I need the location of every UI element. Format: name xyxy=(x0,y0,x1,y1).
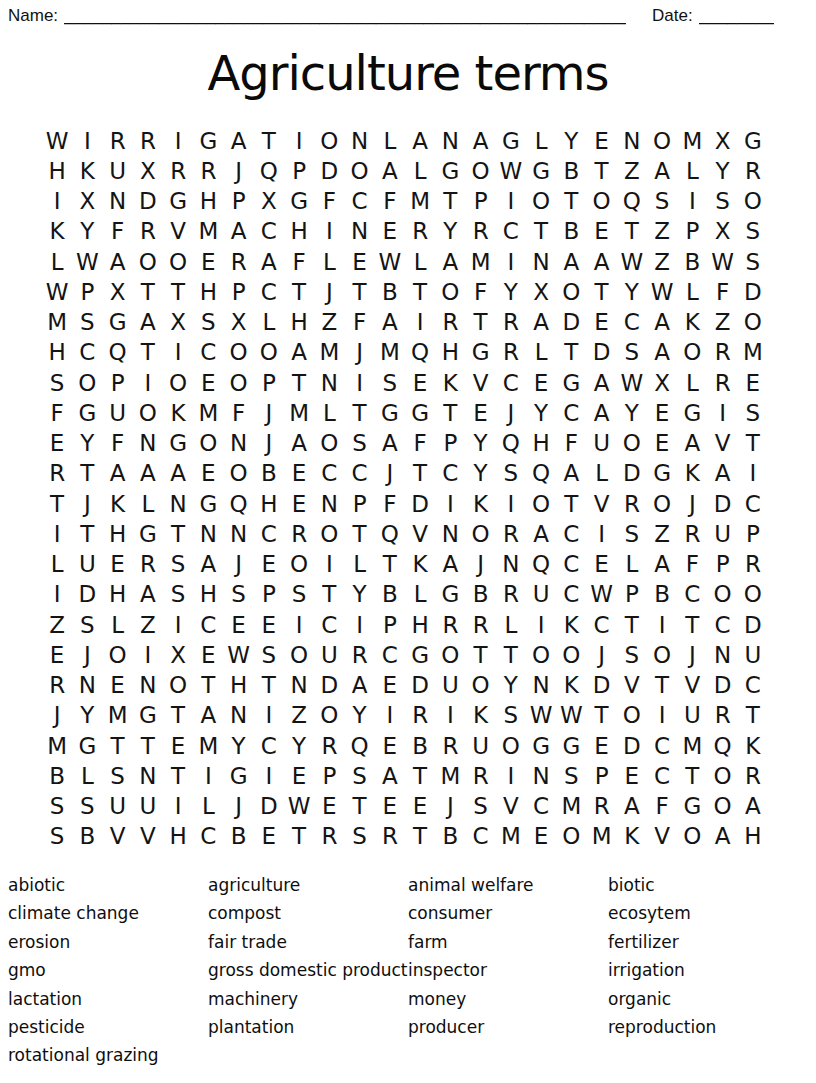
grid-cell: E xyxy=(103,671,133,701)
grid-cell: N xyxy=(224,429,254,459)
grid-cell: T xyxy=(133,338,163,368)
grid-cell: T xyxy=(405,277,435,307)
grid-cell: W xyxy=(224,640,254,670)
grid-cell: O xyxy=(738,187,768,217)
grid-cell: N xyxy=(617,126,647,156)
grid-cell: N xyxy=(708,640,738,670)
grid-cell: P xyxy=(224,187,254,217)
grid-cell: V xyxy=(677,671,707,701)
worksheet-page: Name: __________________________________… xyxy=(0,0,816,1083)
grid-cell: G xyxy=(466,338,496,368)
grid-cell: X xyxy=(163,640,193,670)
grid-cell: A xyxy=(556,247,586,277)
grid-cell: U xyxy=(103,792,133,822)
grid-cell: N xyxy=(72,671,102,701)
grid-cell: W xyxy=(708,247,738,277)
grid-cell: P xyxy=(254,580,284,610)
grid-cell: I xyxy=(526,610,556,640)
grid-cell: C xyxy=(254,731,284,761)
name-line: ________________________________________… xyxy=(64,6,626,26)
grid-cell: D xyxy=(738,277,768,307)
grid-cell: R xyxy=(708,368,738,398)
word-item: organic xyxy=(608,985,808,1013)
grid-cell: T xyxy=(617,610,647,640)
grid-cell: G xyxy=(133,519,163,549)
grid-cell: H xyxy=(42,338,72,368)
grid-cell: S xyxy=(254,640,284,670)
grid-cell: A xyxy=(647,156,677,186)
grid-cell: O xyxy=(284,550,314,580)
grid-cell: T xyxy=(556,187,586,217)
grid-cell: E xyxy=(587,731,617,761)
grid-cell: D xyxy=(254,792,284,822)
grid-cell: O xyxy=(556,822,586,852)
grid-cell: D xyxy=(314,156,344,186)
grid-cell: F xyxy=(42,398,72,428)
grid-cell: T xyxy=(587,156,617,186)
grid-cell: O xyxy=(224,338,254,368)
grid-cell: O xyxy=(133,247,163,277)
grid-cell: Y xyxy=(435,217,465,247)
grid-cell: K xyxy=(72,156,102,186)
grid-cell: R xyxy=(405,217,435,247)
grid-cell: P xyxy=(254,368,284,398)
grid-cell: V xyxy=(405,519,435,549)
grid-cell: A xyxy=(133,459,163,489)
grid-cell: S xyxy=(72,792,102,822)
grid-cell: T xyxy=(163,277,193,307)
grid-cell: P xyxy=(284,156,314,186)
grid-cell: R xyxy=(466,610,496,640)
grid-cell: N xyxy=(526,761,556,791)
grid-cell: E xyxy=(284,459,314,489)
grid-cell: X xyxy=(708,126,738,156)
grid-cell: O xyxy=(617,701,647,731)
grid-cell: S xyxy=(345,761,375,791)
grid-cell: A xyxy=(375,761,405,791)
grid-cell: I xyxy=(435,489,465,519)
grid-cell: O xyxy=(193,429,223,459)
grid-cell: U xyxy=(708,519,738,549)
grid-cell: L xyxy=(405,247,435,277)
grid-cell: L xyxy=(133,489,163,519)
grid-cell: Y xyxy=(496,671,526,701)
grid-cell: G xyxy=(496,126,526,156)
grid-cell: R xyxy=(193,156,223,186)
grid-cell: X xyxy=(224,308,254,338)
grid-cell: U xyxy=(526,580,556,610)
grid-cell: Y xyxy=(466,459,496,489)
grid-cell: I xyxy=(345,368,375,398)
grid-cell: G xyxy=(677,792,707,822)
grid-cell: H xyxy=(193,580,223,610)
grid-cell: A xyxy=(738,792,768,822)
grid-cell: Y xyxy=(466,429,496,459)
grid-cell: O xyxy=(435,640,465,670)
word-item: consumer xyxy=(408,899,608,927)
grid-cell: O xyxy=(466,519,496,549)
grid-cell: X xyxy=(163,308,193,338)
grid-cell: W xyxy=(647,277,677,307)
grid-cell: B xyxy=(556,217,586,247)
grid-cell: J xyxy=(677,640,707,670)
grid-cell: L xyxy=(405,580,435,610)
grid-cell: G xyxy=(284,187,314,217)
grid-cell: F xyxy=(708,277,738,307)
grid-cell: D xyxy=(556,308,586,338)
grid-cell: W xyxy=(526,701,556,731)
grid-cell: M xyxy=(556,792,586,822)
grid-cell: C xyxy=(254,217,284,247)
grid-cell: J xyxy=(254,398,284,428)
grid-cell: B xyxy=(224,822,254,852)
grid-cell: N xyxy=(314,489,344,519)
grid-cell: K xyxy=(556,610,586,640)
grid-cell: R xyxy=(284,519,314,549)
grid-cell: E xyxy=(193,368,223,398)
grid-cell: N xyxy=(435,519,465,549)
grid-cell: N xyxy=(133,761,163,791)
grid-cell: G xyxy=(163,187,193,217)
grid-cell: U xyxy=(466,731,496,761)
grid-cell: F xyxy=(375,489,405,519)
grid-cell: T xyxy=(405,822,435,852)
grid-cell: O xyxy=(466,156,496,186)
grid-cell: V xyxy=(647,822,677,852)
grid-cell: Q xyxy=(526,459,556,489)
grid-cell: T xyxy=(466,640,496,670)
grid-cell: C xyxy=(193,822,223,852)
grid-cell: I xyxy=(587,519,617,549)
grid-cell: R xyxy=(405,701,435,731)
grid-cell: T xyxy=(435,398,465,428)
grid-cell: Y xyxy=(617,398,647,428)
grid-cell: I xyxy=(677,187,707,217)
grid-cell: T xyxy=(72,459,102,489)
grid-cell: E xyxy=(103,550,133,580)
grid-cell: L xyxy=(375,126,405,156)
grid-cell: H xyxy=(284,308,314,338)
grid-cell: M xyxy=(677,126,707,156)
grid-cell: Q xyxy=(103,338,133,368)
grid-cell: A xyxy=(345,671,375,701)
grid-cell: O xyxy=(738,580,768,610)
grid-cell: R xyxy=(708,701,738,731)
grid-cell: Y xyxy=(526,398,556,428)
grid-cell: J xyxy=(435,792,465,822)
grid-cell: S xyxy=(496,701,526,731)
grid-cell: T xyxy=(254,671,284,701)
grid-cell: O xyxy=(133,398,163,428)
grid-cell: S xyxy=(647,187,677,217)
grid-cell: A xyxy=(617,792,647,822)
grid-cell: D xyxy=(72,580,102,610)
grid-cell: G xyxy=(435,156,465,186)
grid-cell: F xyxy=(103,217,133,247)
grid-cell: N xyxy=(435,126,465,156)
grid-cell: I xyxy=(284,610,314,640)
grid-cell: O xyxy=(647,126,677,156)
grid-cell: U xyxy=(133,792,163,822)
grid-cell: J xyxy=(224,792,254,822)
grid-cell: E xyxy=(375,217,405,247)
grid-cell: A xyxy=(224,217,254,247)
grid-cell: C xyxy=(526,792,556,822)
grid-cell: W xyxy=(42,126,72,156)
grid-cell: D xyxy=(738,610,768,640)
grid-cell: Y xyxy=(224,731,254,761)
grid-cell: S xyxy=(42,368,72,398)
grid-cell: P xyxy=(738,519,768,549)
grid-cell: I xyxy=(72,126,102,156)
grid-cell: Q xyxy=(708,731,738,761)
grid-cell: C xyxy=(708,610,738,640)
grid-cell: T xyxy=(738,429,768,459)
grid-cell: F xyxy=(405,429,435,459)
grid-cell: A xyxy=(587,368,617,398)
grid-cell: A xyxy=(647,338,677,368)
grid-cell: F xyxy=(284,247,314,277)
grid-cell: R xyxy=(496,308,526,338)
grid-cell: E xyxy=(587,308,617,338)
grid-cell: G xyxy=(163,429,193,459)
grid-cell: S xyxy=(738,217,768,247)
grid-cell: Z xyxy=(647,217,677,247)
grid-cell: C xyxy=(193,338,223,368)
grid-cell: O xyxy=(163,368,193,398)
grid-cell: F xyxy=(647,792,677,822)
grid-cell: R xyxy=(496,519,526,549)
grid-cell: O xyxy=(708,761,738,791)
grid-cell: P xyxy=(617,580,647,610)
grid-cell: G xyxy=(738,126,768,156)
grid-cell: A xyxy=(708,459,738,489)
grid-cell: W xyxy=(617,368,647,398)
grid-cell: A xyxy=(193,550,223,580)
grid-cell: J xyxy=(42,701,72,731)
grid-cell: X xyxy=(103,277,133,307)
grid-cell: I xyxy=(708,398,738,428)
grid-cell: Y xyxy=(72,701,102,731)
grid-cell: R xyxy=(314,731,344,761)
grid-cell: U xyxy=(435,671,465,701)
grid-cell: M xyxy=(587,822,617,852)
grid-cell: I xyxy=(435,701,465,731)
grid-cell: S xyxy=(617,519,647,549)
grid-cell: V xyxy=(587,489,617,519)
grid-cell: H xyxy=(163,822,193,852)
grid-cell: A xyxy=(103,247,133,277)
grid-cell: L xyxy=(617,550,647,580)
grid-cell: T xyxy=(193,671,223,701)
grid-cell: T xyxy=(133,277,163,307)
grid-cell: R xyxy=(738,156,768,186)
grid-cell: Q xyxy=(405,338,435,368)
grid-cell: K xyxy=(405,550,435,580)
grid-cell: Q xyxy=(526,550,556,580)
grid-cell: M xyxy=(42,308,72,338)
grid-cell: Y xyxy=(345,580,375,610)
word-item: gmo xyxy=(8,956,208,984)
worksheet-header: Name: __________________________________… xyxy=(0,0,816,26)
grid-cell: D xyxy=(587,671,617,701)
grid-cell: P xyxy=(103,368,133,398)
grid-cell: G xyxy=(677,398,707,428)
grid-cell: U xyxy=(103,398,133,428)
grid-cell: M xyxy=(103,701,133,731)
grid-cell: N xyxy=(224,519,254,549)
grid-cell: I xyxy=(193,761,223,791)
grid-cell: M xyxy=(496,822,526,852)
grid-cell: O xyxy=(647,489,677,519)
grid-cell: T xyxy=(466,308,496,338)
grid-cell: L xyxy=(496,610,526,640)
grid-cell: H xyxy=(435,338,465,368)
grid-cell: P xyxy=(345,489,375,519)
grid-cell: I xyxy=(254,761,284,791)
grid-cell: W xyxy=(284,792,314,822)
grid-cell: Y xyxy=(72,217,102,247)
grid-cell: E xyxy=(526,822,556,852)
grid-cell: F xyxy=(103,429,133,459)
grid-cell: T xyxy=(587,701,617,731)
word-item: lactation xyxy=(8,985,208,1013)
grid-cell: I xyxy=(405,308,435,338)
grid-cell: J xyxy=(224,156,254,186)
grid-cell: U xyxy=(103,156,133,186)
grid-cell: P xyxy=(435,429,465,459)
grid-cell: M xyxy=(193,217,223,247)
grid-cell: F xyxy=(345,308,375,338)
grid-cell: W xyxy=(72,247,102,277)
grid-cell: C xyxy=(375,640,405,670)
grid-cell: C xyxy=(647,761,677,791)
grid-cell: T xyxy=(42,489,72,519)
grid-cell: D xyxy=(405,671,435,701)
grid-cell: L xyxy=(314,398,344,428)
grid-cell: E xyxy=(193,640,223,670)
grid-cell: B xyxy=(677,247,707,277)
grid-cell: C xyxy=(466,822,496,852)
grid-cell: B xyxy=(375,580,405,610)
grid-cell: I xyxy=(163,792,193,822)
grid-cell: C xyxy=(556,398,586,428)
grid-cell: J xyxy=(375,459,405,489)
grid-cell: R xyxy=(103,126,133,156)
grid-cell: E xyxy=(193,247,223,277)
name-label: Name: xyxy=(8,6,58,26)
grid-cell: S xyxy=(163,550,193,580)
grid-cell: N xyxy=(496,550,526,580)
grid-cell: R xyxy=(42,671,72,701)
grid-cell: S xyxy=(617,640,647,670)
grid-cell: O xyxy=(556,640,586,670)
grid-cell: R xyxy=(435,610,465,640)
grid-cell: I xyxy=(496,489,526,519)
grid-cell: V xyxy=(133,822,163,852)
grid-cell: T xyxy=(345,398,375,428)
grid-cell: Z xyxy=(133,610,163,640)
grid-cell: O xyxy=(647,640,677,670)
grid-cell: X xyxy=(72,187,102,217)
grid-cell: S xyxy=(617,338,647,368)
grid-cell: L xyxy=(526,126,556,156)
grid-cell: P xyxy=(587,761,617,791)
grid-cell: T xyxy=(587,277,617,307)
grid-cell: O xyxy=(254,338,284,368)
grid-cell: L xyxy=(42,550,72,580)
grid-cell: A xyxy=(224,126,254,156)
word-item: plantation xyxy=(208,1013,408,1041)
grid-cell: I xyxy=(375,701,405,731)
grid-cell: O xyxy=(526,187,556,217)
grid-cell: D xyxy=(617,731,647,761)
grid-cell: I xyxy=(133,368,163,398)
grid-cell: K xyxy=(677,308,707,338)
grid-cell: O xyxy=(163,247,193,277)
grid-cell: S xyxy=(42,792,72,822)
grid-cell: O xyxy=(345,156,375,186)
grid-cell: S xyxy=(42,822,72,852)
grid-cell: P xyxy=(677,217,707,247)
grid-cell: L xyxy=(677,368,707,398)
grid-cell: N xyxy=(133,429,163,459)
grid-cell: O xyxy=(526,640,556,670)
grid-cell: S xyxy=(72,308,102,338)
grid-cell: O xyxy=(224,368,254,398)
grid-cell: B xyxy=(254,459,284,489)
grid-cell: A xyxy=(435,550,465,580)
grid-cell: F xyxy=(556,429,586,459)
grid-cell: S xyxy=(72,610,102,640)
grid-cell: S xyxy=(556,761,586,791)
grid-cell: T xyxy=(345,792,375,822)
grid-cell: O xyxy=(435,277,465,307)
grid-cell: R xyxy=(435,731,465,761)
grid-cell: I xyxy=(42,519,72,549)
grid-cell: C xyxy=(254,519,284,549)
grid-cell: F xyxy=(466,277,496,307)
grid-cell: T xyxy=(677,761,707,791)
grid-cell: K xyxy=(466,489,496,519)
grid-cell: S xyxy=(193,308,223,338)
word-item: fair trade xyxy=(208,928,408,956)
grid-cell: S xyxy=(738,247,768,277)
word-item: climate change xyxy=(8,899,208,927)
grid-cell: A xyxy=(163,459,193,489)
grid-cell: M xyxy=(375,338,405,368)
grid-cell: C xyxy=(738,489,768,519)
grid-cell: C xyxy=(556,550,586,580)
grid-cell: A xyxy=(254,247,284,277)
grid-cell: I xyxy=(284,126,314,156)
grid-cell: A xyxy=(556,459,586,489)
grid-cell: A xyxy=(375,429,405,459)
grid-cell: P xyxy=(375,610,405,640)
grid-cell: G xyxy=(526,731,556,761)
grid-cell: R xyxy=(738,761,768,791)
grid-cell: A xyxy=(587,398,617,428)
grid-cell: R xyxy=(677,519,707,549)
grid-cell: C xyxy=(193,610,223,640)
grid-cell: C xyxy=(738,671,768,701)
grid-cell: D xyxy=(708,671,738,701)
grid-cell: O xyxy=(224,459,254,489)
grid-cell: S xyxy=(375,368,405,398)
grid-cell: T xyxy=(163,519,193,549)
grid-cell: Y xyxy=(72,429,102,459)
grid-cell: I xyxy=(42,580,72,610)
